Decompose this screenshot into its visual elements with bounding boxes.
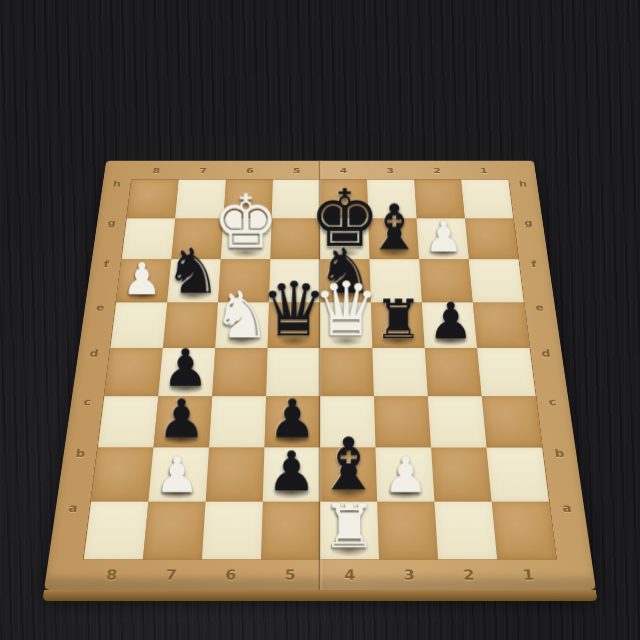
file-label-left-d: d <box>84 348 99 396</box>
square-e1 <box>473 302 530 348</box>
square-f8: ♟ <box>116 259 171 302</box>
piece-black-bishop-g3: ♝ <box>366 197 422 257</box>
square-d8 <box>104 348 162 396</box>
piece-white-pawn-b7: ♟ <box>155 451 199 498</box>
square-d6 <box>212 348 267 396</box>
square-a4: ♜ <box>320 502 379 560</box>
piece-white-knight-e6: ♞ <box>213 284 271 345</box>
square-c8 <box>98 396 158 447</box>
rank-label-near-1: 1 <box>498 566 559 582</box>
square-g2: ♟ <box>417 218 469 259</box>
file-label-left-c: c <box>77 396 91 447</box>
square-a8 <box>84 502 148 560</box>
file-label-right-a: a <box>562 502 579 560</box>
piece-black-pawn-d7: ♟ <box>162 344 209 393</box>
rank-label-near-3: 3 <box>379 566 439 582</box>
rank-label-near-4: 4 <box>320 566 380 582</box>
scene: 87654321 87654321 hgfedcba hgfedcba ♚♚♝♟… <box>0 0 640 640</box>
rank-label-far-1: 1 <box>460 166 508 174</box>
square-h8 <box>127 180 179 219</box>
rank-label-near-7: 7 <box>141 566 202 582</box>
square-a3 <box>377 502 438 560</box>
piece-black-bishop-b4: ♝ <box>316 430 381 499</box>
file-label-right-h: h <box>519 180 532 219</box>
square-d4 <box>320 348 374 396</box>
square-d2 <box>425 348 482 396</box>
piece-black-pawn-c7: ♟ <box>157 394 205 445</box>
square-a5 <box>261 502 320 560</box>
square-e3: ♜ <box>371 302 425 348</box>
file-label-left-h: h <box>108 180 121 219</box>
square-g1 <box>465 218 518 259</box>
chess-board: 87654321 87654321 hgfedcba hgfedcba ♚♚♝♟… <box>44 161 596 590</box>
rank-label-near-6: 6 <box>200 566 260 582</box>
piece-black-pawn-b5: ♟ <box>267 446 317 498</box>
piece-white-king-g6: ♚ <box>212 186 279 257</box>
square-e8 <box>110 302 167 348</box>
square-d1 <box>477 348 535 396</box>
square-b7: ♟ <box>148 447 209 501</box>
rank-label-near-8: 8 <box>81 566 142 582</box>
piece-white-rook-a4: ♜ <box>322 498 377 556</box>
piece-black-rook-e3: ♜ <box>374 294 422 345</box>
piece-white-pawn-b3: ♟ <box>383 451 427 498</box>
rank-label-far-7: 7 <box>179 166 226 174</box>
square-g3: ♝ <box>368 218 419 259</box>
square-a2 <box>434 502 497 560</box>
file-label-left-e: e <box>91 302 105 348</box>
square-c3 <box>374 396 431 447</box>
piece-black-pawn-c5: ♟ <box>268 394 316 445</box>
file-label-left-f: f <box>98 259 109 302</box>
square-b3: ♟ <box>376 447 435 501</box>
file-label-right-f: f <box>531 259 542 302</box>
rank-label-far-6: 6 <box>226 166 273 174</box>
square-d3 <box>372 348 427 396</box>
square-g6: ♚ <box>221 218 272 259</box>
square-b5: ♟ <box>263 447 320 501</box>
file-label-left-b: b <box>69 447 86 501</box>
square-b8 <box>91 447 153 501</box>
file-label-left-g: g <box>103 218 117 259</box>
piece-white-pawn-f8: ♟ <box>122 258 162 300</box>
square-a7 <box>143 502 206 560</box>
piece-white-pawn-g2: ♟ <box>425 216 463 257</box>
file-label-right-c: c <box>548 396 562 447</box>
square-a6 <box>202 502 263 560</box>
rank-label-near-2: 2 <box>439 566 500 582</box>
table-surface: 87654321 87654321 hgfedcba hgfedcba ♚♚♝♟… <box>0 0 640 640</box>
square-a1 <box>492 502 556 560</box>
square-b6 <box>206 447 265 501</box>
square-c2 <box>428 396 487 447</box>
rank-label-far-8: 8 <box>132 166 180 174</box>
square-f1 <box>469 259 524 302</box>
file-label-left-a: a <box>61 502 78 560</box>
square-e2: ♟ <box>422 302 477 348</box>
square-c7: ♟ <box>153 396 212 447</box>
board-near-edge <box>42 590 597 601</box>
rank-label-near-5: 5 <box>260 566 320 582</box>
square-h1 <box>461 180 513 219</box>
square-c1 <box>482 396 542 447</box>
square-e4: ♛ <box>320 302 372 348</box>
file-label-right-g: g <box>524 218 538 259</box>
file-label-right-d: d <box>541 348 556 396</box>
rank-label-far-2: 2 <box>413 166 460 174</box>
piece-black-pawn-e2: ♟ <box>428 297 473 345</box>
piece-white-queen-e4: ♛ <box>313 274 380 345</box>
square-e6: ♞ <box>215 302 269 348</box>
square-c6 <box>209 396 266 447</box>
